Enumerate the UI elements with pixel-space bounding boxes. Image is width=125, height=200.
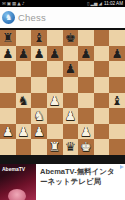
- square-g5[interactable]: [94, 77, 110, 93]
- square-b6[interactable]: [16, 61, 32, 77]
- square-b8[interactable]: [16, 30, 32, 46]
- grid-app-icon: ▦: [12, 0, 16, 7]
- signal-strength-icon: ▂▅: [91, 0, 98, 7]
- square-h3[interactable]: [109, 108, 125, 124]
- black-bishop: ♝: [112, 93, 123, 109]
- square-a2[interactable]: ♟: [0, 124, 16, 140]
- square-e7[interactable]: [63, 46, 79, 62]
- square-a8[interactable]: ♜: [0, 30, 16, 46]
- square-d4[interactable]: ♟: [47, 93, 63, 109]
- square-b3[interactable]: [16, 108, 32, 124]
- square-f2[interactable]: ♟: [78, 124, 94, 140]
- download-icon: ▣: [7, 0, 11, 7]
- ad-figure-graphic: [8, 189, 26, 200]
- alert-icon: ▲: [17, 0, 20, 7]
- square-c8[interactable]: ♝: [31, 30, 47, 46]
- black-knight: ♞: [18, 93, 29, 109]
- square-h5[interactable]: [109, 77, 125, 93]
- black-bishop: ♝: [33, 30, 44, 46]
- black-pawn: ♟: [65, 61, 76, 77]
- square-h4[interactable]: ♝: [109, 93, 125, 109]
- square-e3[interactable]: ♟: [63, 108, 79, 124]
- black-pawn: ♟: [49, 46, 60, 62]
- square-e2[interactable]: [63, 124, 79, 140]
- square-c2[interactable]: ♟: [31, 124, 47, 140]
- phone-screen: ✉ ▣ ▦ ▲ ♪ ▯ ▂▅ ◢ 11:02 AM ♞ Chess ♜♝♚♟♟♟…: [0, 0, 125, 200]
- square-g7[interactable]: [94, 46, 110, 62]
- square-e5[interactable]: [63, 77, 79, 93]
- black-king: ♚: [65, 30, 76, 46]
- vibrate-icon: ▯: [87, 0, 89, 7]
- square-f3[interactable]: [78, 108, 94, 124]
- square-a6[interactable]: [0, 61, 16, 77]
- message-icon: ✉: [2, 0, 6, 7]
- square-c5[interactable]: [31, 77, 47, 93]
- square-a5[interactable]: [0, 77, 16, 93]
- square-e4[interactable]: [63, 93, 79, 109]
- square-d2[interactable]: [47, 124, 63, 140]
- square-a1[interactable]: [0, 139, 16, 155]
- square-b2[interactable]: ♟: [16, 124, 32, 140]
- square-a4[interactable]: [0, 93, 16, 109]
- square-c3[interactable]: ♞: [31, 108, 47, 124]
- status-right-group: ▯ ▂▅ ◢ 11:02 AM: [87, 0, 123, 7]
- square-d3[interactable]: [47, 108, 63, 124]
- white-king: ♚: [80, 139, 91, 155]
- white-pawn: ♟: [49, 93, 60, 109]
- black-pawn: ♟: [33, 46, 44, 62]
- app-logo-icon: ♞: [2, 11, 15, 24]
- white-pawn: ♟: [33, 124, 44, 140]
- white-pawn: ♟: [18, 124, 29, 140]
- black-pawn: ♟: [18, 46, 29, 62]
- square-h1[interactable]: [109, 139, 125, 155]
- ad-image[interactable]: AbemaTV: [0, 164, 36, 200]
- wifi-icon: ◢: [98, 0, 101, 7]
- square-f5[interactable]: [78, 77, 94, 93]
- status-bar: ✉ ▣ ▦ ▲ ♪ ▯ ▂▅ ◢ 11:02 AM: [0, 0, 125, 7]
- square-g3[interactable]: [94, 108, 110, 124]
- square-c1[interactable]: [31, 139, 47, 155]
- white-rook: ♜: [49, 139, 60, 155]
- square-d5[interactable]: [47, 77, 63, 93]
- square-e8[interactable]: ♚: [63, 30, 79, 46]
- square-a7[interactable]: ♟: [0, 46, 16, 62]
- ad-banner[interactable]: AbemaTV AbemaTV-無料インターネットテレビ局: [0, 164, 125, 200]
- square-f6[interactable]: [78, 61, 94, 77]
- knight-logo-glyph: ♞: [5, 11, 12, 24]
- square-d7[interactable]: ♟: [47, 46, 63, 62]
- square-f8[interactable]: [78, 30, 94, 46]
- square-b7[interactable]: ♟: [16, 46, 32, 62]
- white-knight: ♞: [33, 108, 44, 124]
- square-f7[interactable]: ♟: [78, 46, 94, 62]
- square-a3[interactable]: [0, 108, 16, 124]
- square-d8[interactable]: [47, 30, 63, 46]
- square-h7[interactable]: ♟: [109, 46, 125, 62]
- square-b1[interactable]: [16, 139, 32, 155]
- square-f4[interactable]: [78, 93, 94, 109]
- square-d6[interactable]: [47, 61, 63, 77]
- square-f1[interactable]: ♚: [78, 139, 94, 155]
- white-pawn: ♟: [65, 108, 76, 124]
- black-pawn: ♟: [2, 46, 13, 62]
- square-c6[interactable]: [31, 61, 47, 77]
- chess-board: ♜♝♚♟♟♟♟♟♟♟♞♟♝♞♟♟♟♟♟♜♛♚: [0, 30, 125, 155]
- status-left-icons: ✉ ▣ ▦ ▲ ♪: [2, 0, 25, 7]
- square-e1[interactable]: ♛: [63, 139, 79, 155]
- ad-image-label: AbemaTV: [2, 166, 25, 172]
- square-c7[interactable]: ♟: [31, 46, 47, 62]
- app-title-bar: ♞ Chess: [0, 7, 125, 28]
- square-g8[interactable]: [94, 30, 110, 46]
- square-g2[interactable]: [94, 124, 110, 140]
- square-d1[interactable]: ♜: [47, 139, 63, 155]
- square-c4[interactable]: [31, 93, 47, 109]
- square-h6[interactable]: [109, 61, 125, 77]
- white-pawn: ♟: [2, 124, 13, 140]
- white-pawn: ♟: [80, 124, 91, 140]
- app-title: Chess: [18, 12, 46, 23]
- square-g4[interactable]: [94, 93, 110, 109]
- music-icon: ♪: [22, 0, 25, 7]
- ad-text: AbemaTV-無料インターネットテレビ局: [40, 167, 121, 187]
- square-e6[interactable]: ♟: [63, 61, 79, 77]
- square-g1[interactable]: [94, 139, 110, 155]
- square-h2[interactable]: [109, 124, 125, 140]
- ad-body[interactable]: AbemaTV-無料インターネットテレビ局: [36, 164, 125, 200]
- adchoices-icon[interactable]: [120, 165, 124, 169]
- black-queen: ♛: [65, 139, 76, 155]
- square-b4[interactable]: ♞: [16, 93, 32, 109]
- black-pawn: ♟: [112, 46, 123, 62]
- square-g6[interactable]: [94, 61, 110, 77]
- square-h8[interactable]: [109, 30, 125, 46]
- black-pawn: ♟: [80, 46, 91, 62]
- square-b5[interactable]: [16, 77, 32, 93]
- black-rook: ♜: [2, 30, 13, 46]
- clock-text: 11:02 AM: [104, 0, 123, 7]
